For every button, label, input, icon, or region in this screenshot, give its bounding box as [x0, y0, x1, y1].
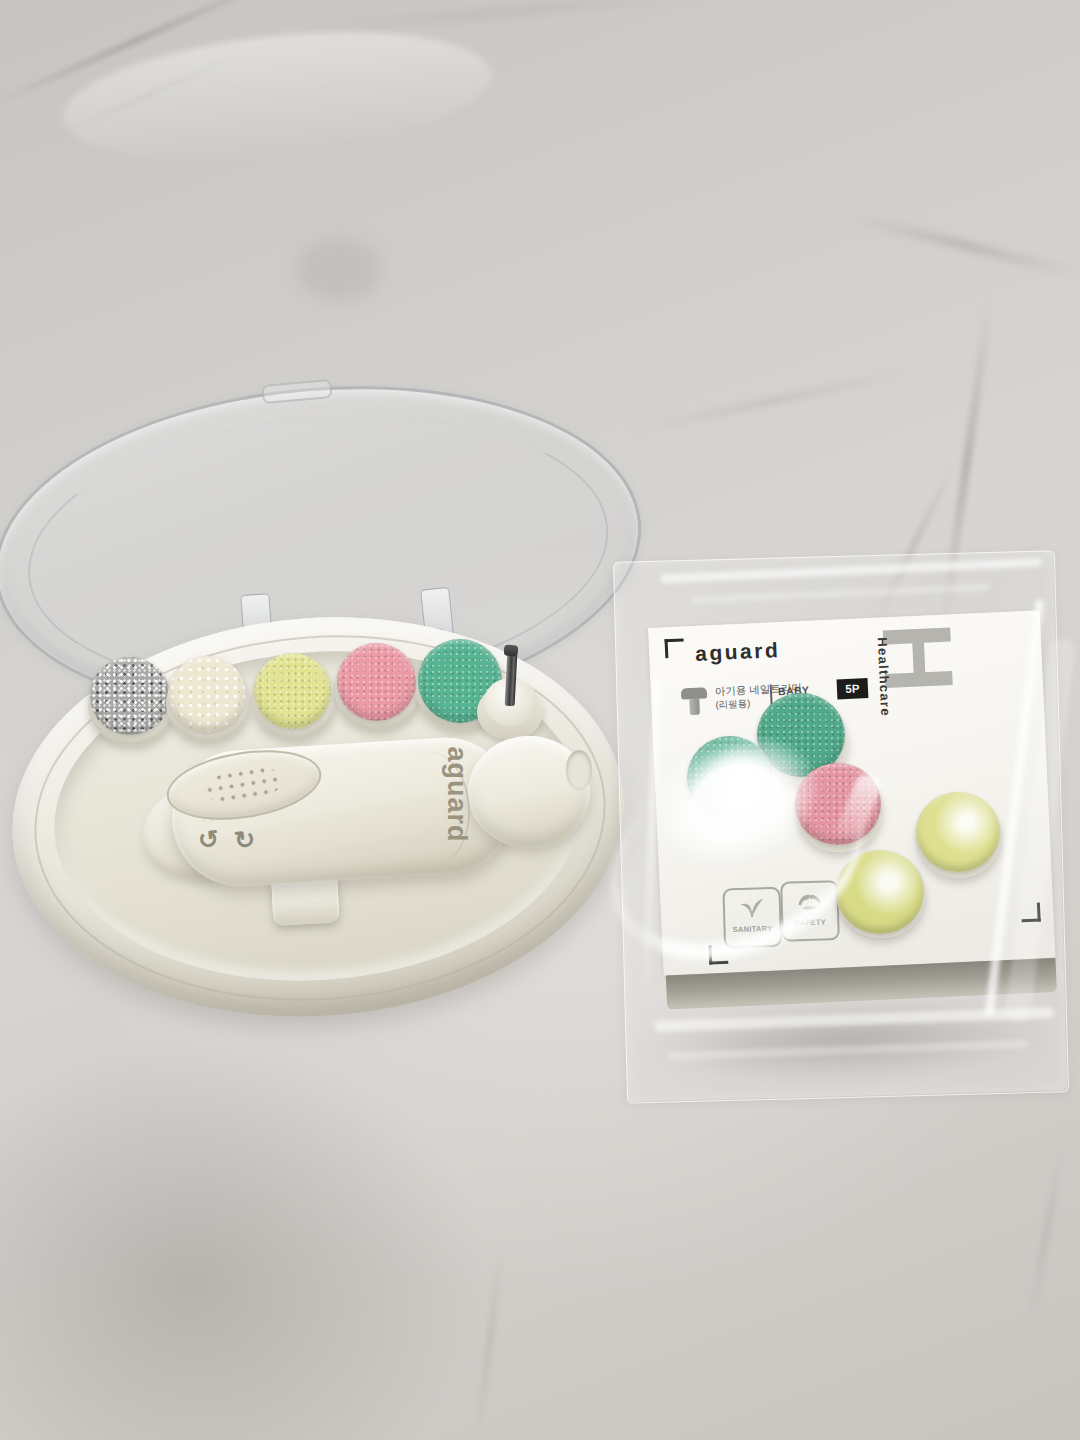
speed-direction-dials: ···· ↺ ↻ [192, 811, 286, 864]
rotate-ccw-dial-icon: ↺ [197, 824, 221, 855]
plastic-bag-edge [613, 550, 1069, 1103]
case-disc-buffer [168, 656, 246, 732]
marble-vein [623, 367, 918, 436]
lid-reflection [57, 14, 497, 178]
photo-scene: aguard ···· ↺ ↻ aguard 아기용 네일트리머 (리필용) B… [0, 0, 1080, 1440]
case-disc-medium [337, 643, 416, 721]
marble-vein [1026, 1141, 1067, 1330]
marble-vein [842, 210, 1080, 281]
metal-pin-tip [504, 645, 519, 657]
marble-smudge [296, 238, 382, 302]
case-disc-steel [90, 657, 170, 735]
device-brand-label: aguard [441, 746, 472, 842]
device-brand-text: aguard [404, 742, 508, 846]
device-head-notch [566, 750, 592, 790]
case-disc-fine [254, 653, 331, 729]
rotate-cw-dial-icon: ↻ [233, 824, 257, 855]
grip-dots-texture [202, 762, 286, 808]
